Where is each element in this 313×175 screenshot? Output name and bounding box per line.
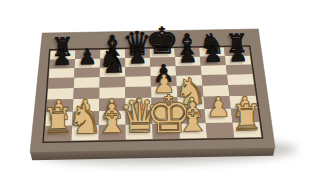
- squares-layer: [43, 47, 262, 141]
- board-photo-scene: ♜♝♛♚♝♞♜♟♟♟♟♟♟♟♞♟♟♞♟♟♟♟♟♟♟♜♞♝♛♚♝♜: [0, 0, 313, 175]
- chess-board-graphic: [0, 0, 313, 175]
- chess-board: ♜♝♛♚♝♞♜♟♟♟♟♟♟♟♞♟♟♞♟♟♟♟♟♟♟♜♞♝♛♚♝♜: [0, 0, 313, 175]
